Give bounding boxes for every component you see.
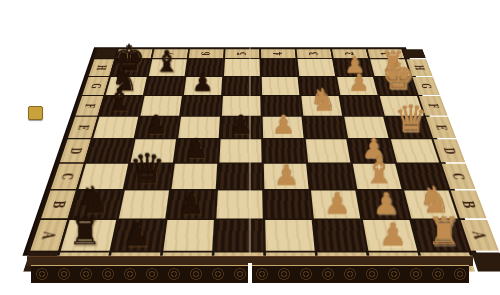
- square-c4: ♟: [264, 164, 309, 189]
- file-label-left-H: H: [89, 59, 115, 76]
- square-d3: [306, 139, 351, 162]
- square-b3: ♟: [311, 190, 360, 218]
- square-g4: [262, 77, 300, 95]
- square-d7: [131, 139, 176, 162]
- square-e7: ♟: [136, 117, 179, 138]
- black-pawn-d6: ♟: [184, 135, 209, 162]
- file-label-right-C: C: [442, 164, 476, 189]
- square-f6: [181, 96, 221, 116]
- file-label-left-E: E: [68, 117, 97, 138]
- square-a4: [265, 220, 315, 251]
- square-e1: ♛: [385, 117, 431, 138]
- square-e2: [344, 117, 388, 138]
- square-e6: [178, 117, 220, 138]
- file-label-right-D: D: [433, 139, 465, 162]
- black-rook-a8: ♜: [68, 213, 102, 251]
- square-d4: [263, 139, 306, 162]
- square-a2: ♟: [363, 220, 417, 251]
- square-f1: [380, 96, 424, 116]
- square-c7: ♛: [125, 164, 173, 189]
- square-a6: [163, 220, 214, 251]
- rank-label-top-4: 4: [261, 49, 296, 58]
- fold-gap: [248, 263, 252, 283]
- white-pawn-c4: ♟: [274, 160, 300, 189]
- square-f3: ♞: [301, 96, 342, 116]
- chess-set-photo: 87654321H♚♝♟♜HG♞♟♟♚GF♝♞FE♟♟♟♛ED♟♟DC♛♟♝CB…: [0, 0, 500, 295]
- square-f4: [262, 96, 301, 116]
- white-rook-a1: ♜: [427, 213, 461, 251]
- file-label-left-G: G: [82, 77, 109, 95]
- square-h8: ♚: [111, 59, 150, 76]
- square-b8: ♞: [70, 190, 122, 218]
- square-c6: [171, 164, 217, 189]
- chess-board: 87654321H♚♝♟♜HG♞♟♟♚GF♝♞FE♟♟♟♛ED♟♟DC♛♟♝CB…: [22, 47, 477, 255]
- square-g1: ♚: [375, 77, 417, 95]
- square-b1: ♞: [404, 190, 458, 218]
- square-h1: ♜: [370, 59, 410, 76]
- square-h4: [261, 59, 297, 76]
- square-a7: ♟: [112, 220, 165, 251]
- square-f7: [140, 96, 181, 116]
- square-h2: ♟: [334, 59, 373, 76]
- square-c8: [79, 164, 129, 189]
- square-e5: ♟: [221, 117, 261, 138]
- rank-label-top-1: 1: [368, 49, 405, 58]
- white-pawn-b3: ♟: [324, 188, 351, 218]
- rank-label-top-2: 2: [332, 49, 368, 58]
- black-pawn-e7: ♟: [144, 112, 168, 138]
- square-d1: [391, 139, 439, 162]
- square-b5: [216, 190, 262, 218]
- square-b6: ♟: [168, 190, 216, 218]
- board-perspective-wrap: 87654321H♚♝♟♜HG♞♟♟♚GF♝♞FE♟♟♟♛ED♟♟DC♛♟♝CB…: [0, 0, 500, 295]
- square-g3: [299, 77, 338, 95]
- square-b7: [119, 190, 169, 218]
- square-g2: ♟: [337, 77, 378, 95]
- rank-label-top-8: 8: [116, 49, 152, 58]
- frame-corner: [95, 49, 118, 58]
- square-c5: [218, 164, 262, 189]
- black-pawn-a7: ♟: [122, 219, 150, 251]
- file-label-left-A: A: [30, 220, 67, 251]
- file-label-left-F: F: [75, 96, 103, 116]
- square-e4: ♟: [263, 117, 304, 138]
- square-c2: ♝: [353, 164, 402, 189]
- rank-label-top-6: 6: [189, 49, 224, 58]
- square-d5: [219, 139, 261, 162]
- rank-label-top-3: 3: [297, 49, 332, 58]
- square-c1: [397, 164, 448, 189]
- file-label-right-A: A: [461, 220, 499, 251]
- square-f2: [341, 96, 383, 116]
- square-e3: [303, 117, 346, 138]
- white-pawn-a2: ♟: [379, 219, 407, 251]
- rank-label-top-7: 7: [152, 49, 188, 58]
- square-g6: ♟: [184, 77, 222, 95]
- square-b2: ♟: [358, 190, 409, 218]
- frame-corner: [403, 49, 426, 58]
- square-d8: [86, 139, 133, 162]
- square-c3: [308, 164, 355, 189]
- square-e8: [93, 117, 138, 138]
- square-a8: ♜: [61, 220, 116, 251]
- white-pawn-b2: ♟: [372, 188, 399, 218]
- square-h5: [224, 59, 260, 76]
- square-d2: ♟: [348, 139, 394, 162]
- file-label-right-E: E: [426, 117, 456, 138]
- square-h6: [186, 59, 223, 76]
- file-label-right-F: F: [419, 96, 448, 116]
- square-g8: ♞: [106, 77, 147, 95]
- file-label-right-H: H: [406, 59, 432, 76]
- brass-latch-icon: [28, 106, 43, 120]
- square-d6: ♟: [175, 139, 219, 162]
- white-pawn-e4: ♟: [272, 112, 296, 138]
- square-h3: [298, 59, 336, 76]
- square-f8: ♝: [100, 96, 143, 116]
- rank-label-top-5: 5: [225, 49, 260, 58]
- square-g7: [145, 77, 185, 95]
- square-g5: [223, 77, 260, 95]
- white-pawn-d2: ♟: [361, 135, 386, 162]
- square-a5: [215, 220, 264, 251]
- square-b4: [264, 190, 311, 218]
- square-a1: ♜: [412, 220, 469, 251]
- square-h7: ♝: [149, 59, 187, 76]
- file-label-left-D: D: [60, 139, 91, 162]
- black-pawn-b6: ♟: [177, 188, 204, 218]
- square-f5: [222, 96, 261, 116]
- frame-corner: [472, 252, 500, 271]
- file-label-right-G: G: [412, 77, 440, 95]
- file-label-left-C: C: [51, 164, 84, 189]
- square-a3: [314, 220, 366, 251]
